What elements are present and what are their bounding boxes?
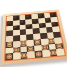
square-h1: [56, 49, 65, 56]
light-piece: [35, 51, 42, 57]
board-play-area: [4, 12, 66, 62]
light-piece: [21, 53, 27, 59]
light-piece: [6, 54, 12, 60]
product-photo-background: [0, 0, 67, 67]
checkers-board: [1, 9, 67, 64]
square-a1: [5, 53, 12, 60]
board-frame: [1, 9, 67, 64]
